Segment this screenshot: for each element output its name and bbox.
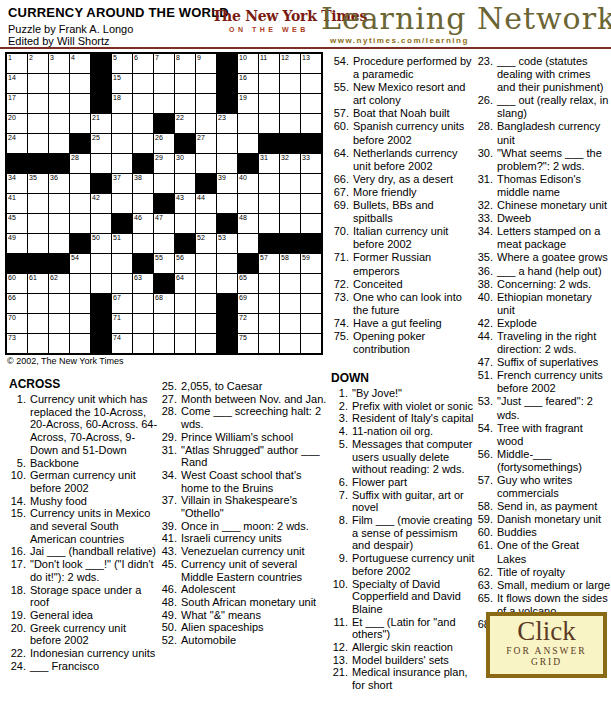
cell-r9c4[interactable] xyxy=(70,214,90,233)
clue-number: 66. xyxy=(330,173,353,186)
cell-r9c3[interactable] xyxy=(49,214,69,233)
cell-r6c11[interactable] xyxy=(217,154,237,173)
cell-r11c10[interactable] xyxy=(196,254,216,273)
clue-text: Ethiopian monetary unit xyxy=(497,291,611,317)
cell-r15c6[interactable]: 74 xyxy=(112,334,132,353)
cell-r11c8[interactable]: 55 xyxy=(154,254,174,273)
cell-r1c4[interactable]: 4 xyxy=(70,54,90,73)
across-heading: ACROSS xyxy=(9,377,60,391)
cell-r14c13[interactable] xyxy=(259,314,279,333)
clue-across-64: 64.Netherlands currency unit before 2002 xyxy=(330,147,474,173)
cell-r15c12[interactable]: 75 xyxy=(238,334,258,353)
cell-r11c13[interactable]: 57 xyxy=(259,254,279,273)
cell-r12c15[interactable] xyxy=(301,274,321,293)
cell-r4c5[interactable]: 21 xyxy=(91,114,111,133)
cell-r2c1[interactable]: 14 xyxy=(7,74,27,93)
cell-r6c8[interactable]: 29 xyxy=(154,154,174,173)
cell-r15c4[interactable] xyxy=(70,334,90,353)
cell-r9c9[interactable] xyxy=(175,214,195,233)
cell-r3c10[interactable] xyxy=(196,94,216,113)
cell-r5c5[interactable]: 25 xyxy=(91,134,111,153)
cell-r1c13[interactable]: 11 xyxy=(259,54,279,73)
across-clues-column-3: 54.Procedure performed by a paramedic55.… xyxy=(330,55,474,356)
cell-r10c12[interactable] xyxy=(238,234,258,253)
clue-across-27: 27.Month between Nov. and Jan. xyxy=(158,393,328,406)
cell-number-10: 10 xyxy=(239,54,247,62)
clue-number: 28. xyxy=(158,405,181,430)
cell-r8c13[interactable] xyxy=(259,194,279,213)
cell-r9c7[interactable]: 46 xyxy=(133,214,153,233)
cell-r10c11[interactable]: 53 xyxy=(217,234,237,253)
cell-number-26: 26 xyxy=(155,134,163,142)
cell-r14c15[interactable] xyxy=(301,314,321,333)
cell-r1c6[interactable]: 5 xyxy=(112,54,132,73)
cell-number-41: 41 xyxy=(8,194,16,202)
cell-r14c4[interactable] xyxy=(70,314,90,333)
cell-r10c3[interactable] xyxy=(49,234,69,253)
cell-r9c14[interactable] xyxy=(280,214,300,233)
clue-number: 73. xyxy=(330,291,353,317)
cell-r8c3[interactable] xyxy=(49,194,69,213)
cell-r1c9[interactable]: 8 xyxy=(175,54,195,73)
cell-r1c15[interactable]: 13 xyxy=(301,54,321,73)
cell-number-47: 47 xyxy=(155,214,163,222)
cell-r4c13[interactable] xyxy=(259,114,279,133)
clue-down-56: 56.Middle-___ (fortysomethings) xyxy=(474,448,611,474)
cell-r11c7 xyxy=(133,254,153,273)
cell-r10c5[interactable]: 50 xyxy=(91,234,111,253)
cell-r5c1[interactable]: 24 xyxy=(7,134,27,153)
cell-r14c8[interactable] xyxy=(154,314,174,333)
cell-r10c6[interactable]: 51 xyxy=(112,234,132,253)
cell-r4c1[interactable]: 20 xyxy=(7,114,27,133)
clue-text: Currency unit of several Middle Eastern … xyxy=(181,558,328,583)
cell-r12c3[interactable]: 62 xyxy=(49,274,69,293)
clue-down-13: 13.Model builders' sets xyxy=(329,654,475,667)
cell-r15c7[interactable] xyxy=(133,334,153,353)
clue-number: 7. xyxy=(329,489,352,514)
cell-r4c15[interactable] xyxy=(301,114,321,133)
cell-r9c12[interactable]: 48 xyxy=(238,214,258,233)
cell-r13c2[interactable] xyxy=(28,294,48,313)
cell-r12c7[interactable]: 63 xyxy=(133,274,153,293)
cell-r5c11[interactable] xyxy=(217,134,237,153)
clue-number: 37. xyxy=(158,494,181,519)
cell-r5c12[interactable] xyxy=(238,134,258,153)
cell-r8c12[interactable] xyxy=(238,194,258,213)
cell-r7c13[interactable] xyxy=(259,174,279,193)
cell-number-69: 69 xyxy=(239,294,247,302)
clue-down-44: 44.Traveling in the right direction: 2 w… xyxy=(474,330,611,356)
cell-r10c8[interactable] xyxy=(154,234,174,253)
clue-down-62: 62.Title of royalty xyxy=(474,566,611,579)
cell-r13c7[interactable] xyxy=(133,294,153,313)
cell-r3c2[interactable] xyxy=(28,94,48,113)
cell-r7c3[interactable]: 36 xyxy=(49,174,69,193)
cell-r7c4[interactable] xyxy=(70,174,90,193)
cell-r5c2[interactable] xyxy=(28,134,48,153)
cell-number-35: 35 xyxy=(29,174,37,182)
cell-number-43: 43 xyxy=(176,194,184,202)
cell-r2c8[interactable] xyxy=(154,74,174,93)
cell-r11c11[interactable] xyxy=(217,254,237,273)
clue-down-32: 32.Chinese monetary unit xyxy=(474,199,611,212)
cell-r4c7[interactable] xyxy=(133,114,153,133)
clue-down-63: 63.Small, medium or large xyxy=(474,579,611,592)
cell-r5c10[interactable]: 27 xyxy=(196,134,216,153)
clue-across-73: 73.One who can look into the future xyxy=(330,291,474,317)
cell-r4c6[interactable] xyxy=(112,114,132,133)
cell-r13c6[interactable]: 67 xyxy=(112,294,132,313)
cell-r14c3[interactable] xyxy=(49,314,69,333)
cell-r13c4[interactable] xyxy=(70,294,90,313)
clue-across-19: 19.General idea xyxy=(7,609,158,622)
cell-r1c1[interactable]: 1 xyxy=(7,54,27,73)
cell-r3c6[interactable]: 18 xyxy=(112,94,132,113)
cell-number-66: 66 xyxy=(8,294,16,302)
clue-number: 72. xyxy=(330,278,353,291)
clue-text: Jai ___ (handball relative) xyxy=(30,545,158,558)
clue-text: Month between Nov. and Jan. xyxy=(181,393,328,406)
cell-r15c15[interactable] xyxy=(301,334,321,353)
cell-r6c1 xyxy=(7,154,27,173)
clue-number: 29. xyxy=(158,431,181,444)
cell-r11c15[interactable]: 59 xyxy=(301,254,321,273)
clue-text: What "&" means xyxy=(181,609,328,622)
cell-number-39: 39 xyxy=(218,174,226,182)
clue-across-28: 28.Come ___ screeching halt: 2 wds. xyxy=(158,405,328,430)
clue-across-15: 15.Currency units in Mexico and several … xyxy=(7,507,158,545)
clue-number: 74. xyxy=(330,317,353,330)
clue-across-5: 5.Backbone xyxy=(7,457,158,470)
cell-r8c14[interactable] xyxy=(280,194,300,213)
clue-text: Thomas Edison's middle name xyxy=(497,173,611,199)
cell-r7c6[interactable]: 37 xyxy=(112,174,132,193)
cell-r2c13[interactable] xyxy=(259,74,279,93)
cell-r7c14[interactable] xyxy=(280,174,300,193)
cell-r1c10[interactable]: 9 xyxy=(196,54,216,73)
cell-r9c13[interactable] xyxy=(259,214,279,233)
cell-r10c9 xyxy=(175,234,195,253)
clue-text: ___ Francisco xyxy=(30,660,158,673)
cell-r2c10[interactable] xyxy=(196,74,216,93)
cell-r14c12[interactable]: 72 xyxy=(238,314,258,333)
cell-r15c10[interactable] xyxy=(196,334,216,353)
cell-r10c1[interactable]: 49 xyxy=(7,234,27,253)
header-rule xyxy=(0,47,611,49)
cell-r12c5[interactable] xyxy=(91,274,111,293)
clue-number: 14. xyxy=(7,495,30,508)
cell-r2c9[interactable] xyxy=(175,74,195,93)
cell-r4c14[interactable] xyxy=(280,114,300,133)
cell-r6c13[interactable]: 31 xyxy=(259,154,279,173)
clue-number: 2. xyxy=(329,400,352,413)
cell-r5c3[interactable] xyxy=(49,134,69,153)
cell-number-14: 14 xyxy=(8,74,16,82)
clue-number: 5. xyxy=(329,438,352,476)
clue-text: Allergic skin reaction xyxy=(352,641,475,654)
clue-text: Former Russian emperors xyxy=(353,251,474,277)
clue-across-29: 29.Prince William's school xyxy=(158,431,328,444)
cell-r2c7[interactable] xyxy=(133,74,153,93)
cell-r9c1[interactable]: 45 xyxy=(7,214,27,233)
cell-r11c6[interactable] xyxy=(112,254,132,273)
cell-r4c3[interactable] xyxy=(49,114,69,133)
clue-text: Boat that Noah built xyxy=(353,107,474,120)
cell-r3c9[interactable] xyxy=(175,94,195,113)
cell-number-5: 5 xyxy=(113,54,117,62)
cell-r7c2[interactable]: 35 xyxy=(28,174,48,193)
cell-r5c9 xyxy=(175,134,195,153)
cell-r7c7[interactable]: 38 xyxy=(133,174,153,193)
cell-r12c4[interactable] xyxy=(70,274,90,293)
cell-r4c4[interactable] xyxy=(70,114,90,133)
cell-number-57: 57 xyxy=(260,254,268,262)
learning-url-link[interactable]: www.nytimes.com/learning xyxy=(330,36,469,45)
clue-down-3: 3.Resident of Italy's capital xyxy=(329,412,475,425)
clue-number: 5. xyxy=(7,457,30,470)
cell-number-42: 42 xyxy=(92,194,100,202)
cell-r15c3[interactable] xyxy=(49,334,69,353)
cell-r10c7[interactable] xyxy=(133,234,153,253)
cell-r13c11 xyxy=(217,294,237,313)
cell-r14c9[interactable] xyxy=(175,314,195,333)
clue-down-59: 59.Danish monetary unit xyxy=(474,513,611,526)
cell-r12c13[interactable] xyxy=(259,274,279,293)
cell-r15c14[interactable] xyxy=(280,334,300,353)
cell-r9c10[interactable] xyxy=(196,214,216,233)
cell-r4c9[interactable]: 22 xyxy=(175,114,195,133)
clue-number: 60. xyxy=(330,120,353,146)
cell-r4c12[interactable] xyxy=(238,114,258,133)
cell-r9c8[interactable]: 47 xyxy=(154,214,174,233)
cell-number-58: 58 xyxy=(281,254,289,262)
cell-r3c7[interactable] xyxy=(133,94,153,113)
cell-r12c2[interactable]: 61 xyxy=(28,274,48,293)
cell-r1c12[interactable]: 10 xyxy=(238,54,258,73)
cell-r8c7[interactable] xyxy=(133,194,153,213)
cell-r4c11[interactable]: 23 xyxy=(217,114,237,133)
cell-r14c2[interactable] xyxy=(28,314,48,333)
cell-number-4: 4 xyxy=(71,54,75,62)
answer-grid-button[interactable]: Click FOR ANSWER GRID xyxy=(486,612,607,678)
cell-r15c1[interactable]: 73 xyxy=(7,334,27,353)
cell-r12c1[interactable]: 60 xyxy=(7,274,27,293)
cell-r8c15[interactable] xyxy=(301,194,321,213)
clue-text: Buddies xyxy=(497,526,611,539)
cell-r7c1[interactable]: 34 xyxy=(7,174,27,193)
clue-number: 10. xyxy=(329,578,352,616)
cell-r6c5[interactable] xyxy=(91,154,111,173)
clue-text: Letters stamped on a meat package xyxy=(497,225,611,251)
cell-r3c15[interactable] xyxy=(301,94,321,113)
answer-grid-button-title: Click xyxy=(490,617,603,646)
clue-across-37: 37.Villain in Shakespeare's "Othello" xyxy=(158,494,328,519)
clue-number: 11. xyxy=(329,616,352,641)
cell-r9c2[interactable] xyxy=(28,214,48,233)
clue-down-9: 9.Portuguese currency unit before 2002 xyxy=(329,552,475,577)
clue-text: Flower part xyxy=(352,476,475,489)
cell-r1c8[interactable]: 7 xyxy=(154,54,174,73)
cell-r13c8[interactable]: 68 xyxy=(154,294,174,313)
cell-r2c12[interactable]: 16 xyxy=(238,74,258,93)
clue-text: Bangladesh currency unit xyxy=(497,120,611,146)
cell-r11c14[interactable]: 58 xyxy=(280,254,300,273)
clue-text: Netherlands currency unit before 2002 xyxy=(353,147,474,173)
cell-r11c3 xyxy=(49,254,69,273)
cell-r8c4[interactable] xyxy=(70,194,90,213)
cell-number-49: 49 xyxy=(8,234,16,242)
cell-number-70: 70 xyxy=(8,314,16,322)
cell-r4c2[interactable] xyxy=(28,114,48,133)
cell-r5c7[interactable] xyxy=(133,134,153,153)
cell-r13c12[interactable]: 69 xyxy=(238,294,258,313)
cell-number-59: 59 xyxy=(302,254,310,262)
cell-r12c11[interactable] xyxy=(217,274,237,293)
clue-text: Once in ___ moon: 2 wds. xyxy=(181,520,328,533)
cell-r10c2[interactable] xyxy=(28,234,48,253)
clue-down-28: 28.Bangladesh currency unit xyxy=(474,120,611,146)
clue-down-7: 7.Suffix with guitar, art or novel xyxy=(329,489,475,514)
cell-number-74: 74 xyxy=(113,334,121,342)
cell-r14c10[interactable] xyxy=(196,314,216,333)
cell-r7c11[interactable]: 39 xyxy=(217,174,237,193)
cell-number-55: 55 xyxy=(155,254,163,262)
cell-r15c2[interactable] xyxy=(28,334,48,353)
cell-r14c14[interactable] xyxy=(280,314,300,333)
cell-r12c14[interactable] xyxy=(280,274,300,293)
cell-number-50: 50 xyxy=(92,234,100,242)
clue-number: 15. xyxy=(7,507,30,545)
cell-number-52: 52 xyxy=(197,234,205,242)
clue-text: Medical insurance plan, for short xyxy=(352,666,475,691)
cell-r14c6[interactable]: 71 xyxy=(112,314,132,333)
cell-r14c7[interactable] xyxy=(133,314,153,333)
cell-r8c6[interactable] xyxy=(112,194,132,213)
cell-r11c5[interactable] xyxy=(91,254,111,273)
cell-r5c8[interactable]: 26 xyxy=(154,134,174,153)
cell-r4c10[interactable] xyxy=(196,114,216,133)
cell-r11c2 xyxy=(28,254,48,273)
cell-r11c4[interactable]: 54 xyxy=(70,254,90,273)
cell-r2c4[interactable] xyxy=(70,74,90,93)
clue-across-41: 41.Israeli currency units xyxy=(158,532,328,545)
cell-r2c3[interactable] xyxy=(49,74,69,93)
cell-r9c5[interactable] xyxy=(91,214,111,233)
cell-r5c6[interactable] xyxy=(112,134,132,153)
cell-r2c15[interactable] xyxy=(301,74,321,93)
clue-text: Traveling in the right direction: 2 wds. xyxy=(497,330,611,356)
clue-number: 19. xyxy=(7,609,30,622)
clue-down-36: 36.___ a hand (help out) xyxy=(474,265,611,278)
cell-r13c9[interactable] xyxy=(175,294,195,313)
clue-number: 4. xyxy=(329,425,352,438)
clue-text: 11-nation oil org. xyxy=(352,425,475,438)
cell-r6c3 xyxy=(49,154,69,173)
clue-number: 54. xyxy=(474,422,497,448)
cell-r14c1[interactable]: 70 xyxy=(7,314,27,333)
cell-r3c1[interactable]: 17 xyxy=(7,94,27,113)
cell-r1c3[interactable]: 3 xyxy=(49,54,69,73)
clue-number: 67. xyxy=(330,186,353,199)
cell-r3c3[interactable] xyxy=(49,94,69,113)
cell-r6c4[interactable]: 28 xyxy=(70,154,90,173)
cell-number-9: 9 xyxy=(197,54,201,62)
cell-r11c9[interactable]: 56 xyxy=(175,254,195,273)
clue-number: 61. xyxy=(474,539,497,565)
cell-r8c9[interactable]: 43 xyxy=(175,194,195,213)
cell-r7c8[interactable] xyxy=(154,174,174,193)
cell-r2c14[interactable] xyxy=(280,74,300,93)
cell-r8c1[interactable]: 41 xyxy=(7,194,27,213)
cell-r9c15[interactable] xyxy=(301,214,321,233)
cell-r12c12[interactable]: 65 xyxy=(238,274,258,293)
cell-r13c3[interactable] xyxy=(49,294,69,313)
cell-r3c8[interactable] xyxy=(154,94,174,113)
cell-r13c10[interactable] xyxy=(196,294,216,313)
cell-r8c5[interactable]: 42 xyxy=(91,194,111,213)
clue-across-46: 46.Adolescent xyxy=(158,583,328,596)
cell-r10c10[interactable]: 52 xyxy=(196,234,216,253)
cell-r3c13[interactable] xyxy=(259,94,279,113)
learning-network-logo[interactable]: Learning Network xyxy=(321,1,611,36)
cell-r15c8[interactable] xyxy=(154,334,174,353)
clue-number: 36. xyxy=(474,265,497,278)
cell-r7c12[interactable]: 40 xyxy=(238,174,258,193)
cell-r6c9[interactable]: 30 xyxy=(175,154,195,173)
cell-r15c13[interactable] xyxy=(259,334,279,353)
cell-r12c10[interactable] xyxy=(196,274,216,293)
cell-r6c6[interactable] xyxy=(112,154,132,173)
cell-number-44: 44 xyxy=(197,194,205,202)
cell-r8c10[interactable]: 44 xyxy=(196,194,216,213)
cell-r13c15[interactable] xyxy=(301,294,321,313)
cell-r1c14[interactable]: 12 xyxy=(280,54,300,73)
cell-r5c14 xyxy=(280,134,300,153)
cell-r1c7[interactable]: 6 xyxy=(133,54,153,73)
clue-number: 18. xyxy=(7,584,30,609)
cell-number-27: 27 xyxy=(197,134,205,142)
cell-r5c4 xyxy=(70,134,90,153)
cell-r13c13[interactable] xyxy=(259,294,279,313)
clue-text: Small, medium or large xyxy=(497,579,611,592)
cell-r7c15[interactable] xyxy=(301,174,321,193)
cell-r13c1[interactable]: 66 xyxy=(7,294,27,313)
cell-r1c2[interactable]: 2 xyxy=(28,54,48,73)
cell-r6c15[interactable]: 33 xyxy=(301,154,321,173)
clue-text: Opening poker contribution xyxy=(353,330,474,356)
cell-r3c4[interactable] xyxy=(70,94,90,113)
clue-down-8: 8.Film ___ (movie creating a sense of pe… xyxy=(329,514,475,552)
cell-r3c12[interactable]: 19 xyxy=(238,94,258,113)
cell-r12c9[interactable]: 64 xyxy=(175,274,195,293)
cell-r8c11[interactable] xyxy=(217,194,237,213)
clue-text: West Coast school that's home to the Bru… xyxy=(181,469,328,494)
cell-r8c2[interactable] xyxy=(28,194,48,213)
cell-r13c14[interactable] xyxy=(280,294,300,313)
cell-number-24: 24 xyxy=(8,134,16,142)
cell-r6c14[interactable]: 32 xyxy=(280,154,300,173)
clue-text: ___ out (really relax, in slang) xyxy=(497,94,611,120)
cell-r12c6[interactable] xyxy=(112,274,132,293)
cell-r3c14[interactable] xyxy=(280,94,300,113)
cell-r6c10[interactable] xyxy=(196,154,216,173)
cell-r2c6[interactable]: 15 xyxy=(112,74,132,93)
cell-r2c2[interactable] xyxy=(28,74,48,93)
cell-r15c9[interactable] xyxy=(175,334,195,353)
cell-r7c9[interactable] xyxy=(175,174,195,193)
clue-text: Mushy food xyxy=(30,495,158,508)
